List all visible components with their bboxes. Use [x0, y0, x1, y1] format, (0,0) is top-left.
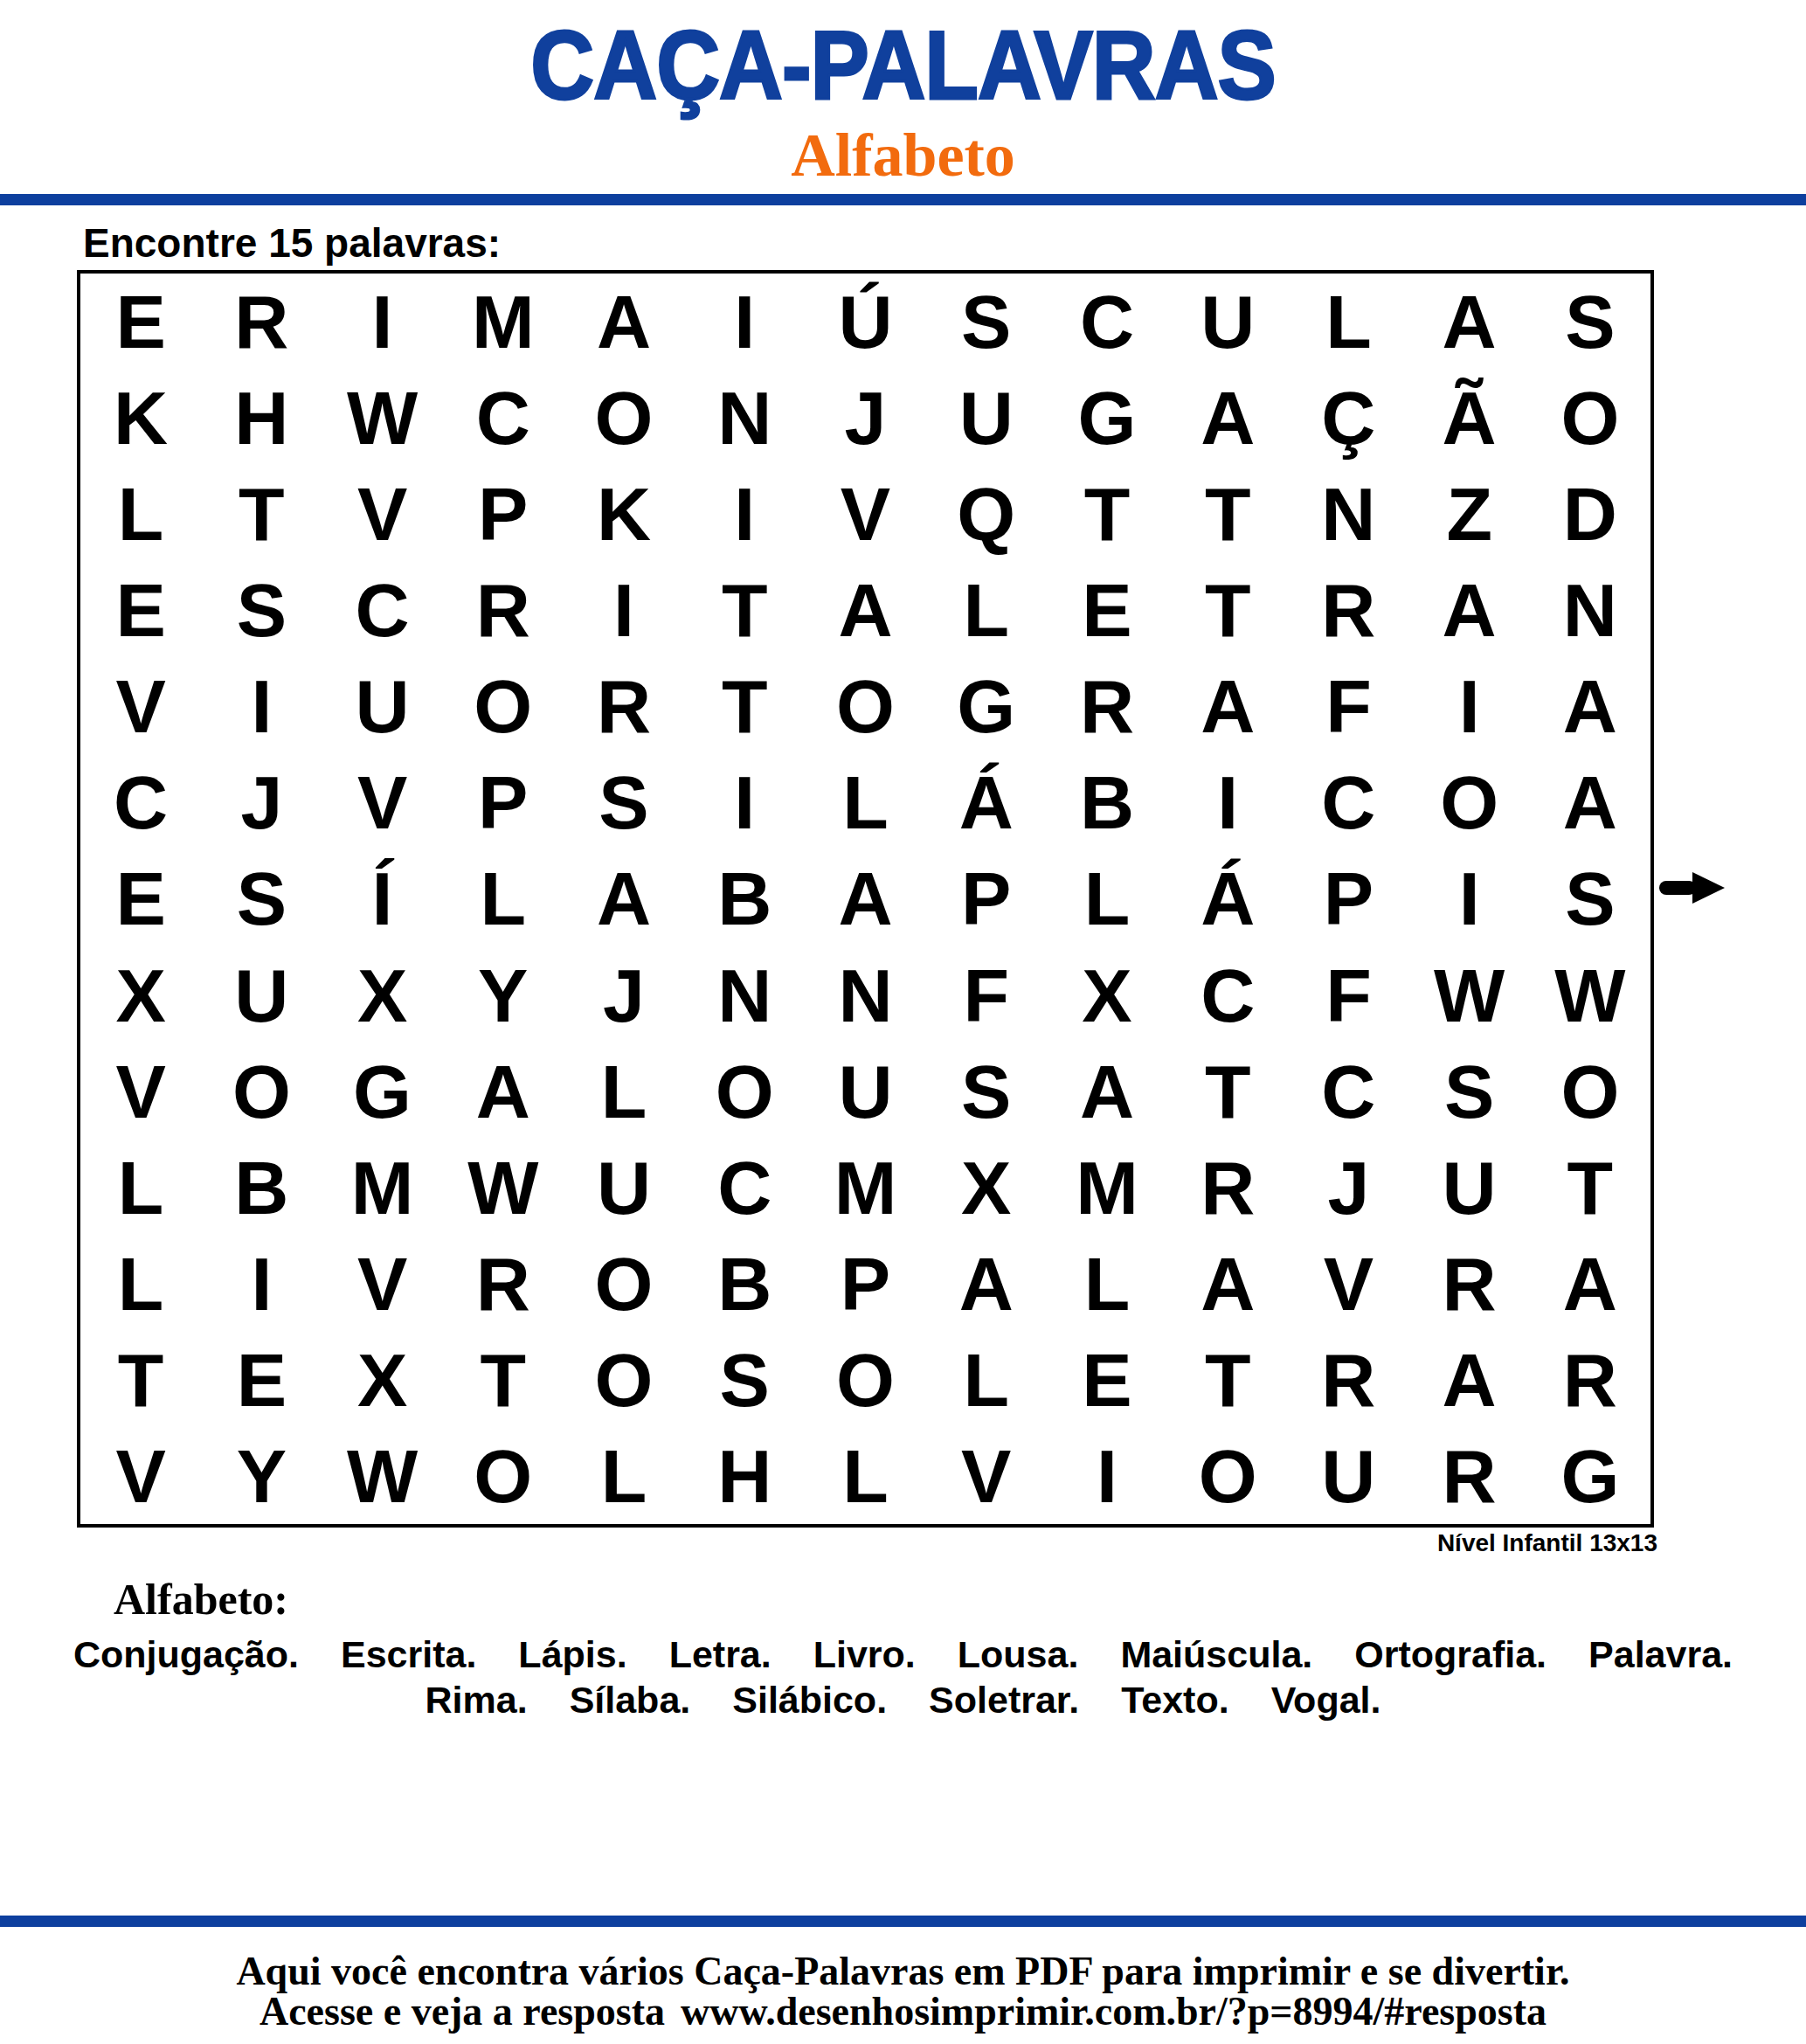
grid-cell[interactable]: G [1047, 370, 1167, 466]
word-list-item: Soletrar. [929, 1678, 1079, 1722]
grid-cell[interactable]: A [1409, 274, 1530, 370]
grid-cell[interactable]: D [1530, 466, 1650, 562]
word-list-line-2: Rima.Sílaba.Silábico.Soletrar.Texto.Voga… [0, 1678, 1806, 1722]
grid-cell[interactable]: U [1409, 1140, 1530, 1236]
grid-cell[interactable]: W [443, 1140, 564, 1236]
grid-cell[interactable]: X [322, 1332, 442, 1428]
grid-cell[interactable]: A [1047, 1043, 1167, 1140]
grid-cell[interactable]: H [201, 370, 322, 466]
word-list-item: Vogal. [1271, 1678, 1381, 1722]
grid-cell[interactable]: L [80, 1236, 201, 1332]
grid-cell[interactable]: P [805, 1236, 925, 1332]
grid-cell[interactable]: I [684, 274, 805, 370]
grid-cell[interactable]: I [1409, 658, 1530, 754]
answer-url[interactable]: www.desenhosimprimir.com.br/?p=8994/#res… [681, 1989, 1547, 2034]
grid-cell[interactable]: S [201, 562, 322, 658]
grid-cell[interactable]: T [201, 466, 322, 562]
grid-cell[interactable]: O [564, 370, 684, 466]
grid-cell[interactable]: A [1409, 1332, 1530, 1428]
grid-cell[interactable]: E [80, 274, 201, 370]
grid-cell[interactable]: B [201, 1140, 322, 1236]
grid-cell[interactable]: Ç [1288, 370, 1408, 466]
page-title: CAÇA-PALAVRAS [0, 14, 1806, 117]
grid-cell[interactable]: T [1167, 466, 1288, 562]
grid-cell[interactable]: U [805, 1043, 925, 1140]
grid-cell[interactable]: A [805, 850, 925, 946]
grid-cell[interactable]: Z [1409, 466, 1530, 562]
word-list-line-1: Conjugação.Escrita.Lápis.Letra.Livro.Lou… [0, 1632, 1806, 1676]
grid-cell[interactable]: R [564, 658, 684, 754]
grid-cell[interactable]: I [684, 466, 805, 562]
grid-cell[interactable]: I [684, 754, 805, 850]
grid-cell[interactable]: R [1047, 658, 1167, 754]
grid-cell[interactable]: C [443, 370, 564, 466]
grid-cell[interactable]: S [201, 850, 322, 946]
right-arrow-icon [1659, 871, 1726, 904]
grid-cell[interactable]: L [1047, 850, 1167, 946]
grid-cell[interactable]: L [80, 466, 201, 562]
grid-cell[interactable]: S [1409, 1043, 1530, 1140]
grid-cell[interactable]: G [322, 1043, 442, 1140]
grid-cell[interactable]: O [564, 1236, 684, 1332]
word-list-item: Maiúscula. [1120, 1632, 1312, 1676]
grid-cell[interactable]: G [926, 658, 1047, 754]
grid-cell[interactable]: N [684, 947, 805, 1043]
grid-cell[interactable]: L [1288, 274, 1408, 370]
grid-cell[interactable]: P [443, 754, 564, 850]
grid-cell[interactable]: T [684, 562, 805, 658]
word-list-item: Lousa. [958, 1632, 1079, 1676]
grid-cell[interactable]: L [805, 1428, 925, 1524]
grid-cell[interactable]: L [443, 850, 564, 946]
word-list-item: Livro. [813, 1632, 916, 1676]
word-list-item: Letra. [669, 1632, 772, 1676]
grid-cell[interactable]: O [1530, 370, 1650, 466]
grid-cell[interactable]: E [80, 850, 201, 946]
grid-cell[interactable]: L [805, 754, 925, 850]
grid-cell[interactable]: U [201, 947, 322, 1043]
grid-level-caption: Nível Infantil 13x13 [1437, 1529, 1657, 1557]
grid-cell[interactable]: L [926, 1332, 1047, 1428]
grid-cell[interactable]: O [1409, 754, 1530, 850]
grid-cell[interactable]: O [805, 1332, 925, 1428]
grid-cell[interactable]: W [322, 370, 442, 466]
grid-cell[interactable]: C [1288, 754, 1408, 850]
grid-cell[interactable]: U [564, 1140, 684, 1236]
word-list-label: Alfabeto: [114, 1575, 288, 1624]
grid-cell[interactable]: A [1530, 658, 1650, 754]
grid-cell[interactable]: M [1047, 1140, 1167, 1236]
grid-cell[interactable]: V [1288, 1236, 1408, 1332]
grid-cell[interactable]: M [322, 1140, 442, 1236]
grid-cell[interactable]: G [1530, 1428, 1650, 1524]
grid-cell[interactable]: N [684, 370, 805, 466]
grid-cell[interactable]: F [926, 947, 1047, 1043]
word-list-item: Rima. [426, 1678, 528, 1722]
grid-cell[interactable]: P [443, 466, 564, 562]
grid-cell[interactable]: Y [201, 1428, 322, 1524]
word-list-item: Escrita. [341, 1632, 476, 1676]
grid-cell[interactable]: B [684, 1236, 805, 1332]
grid-cell[interactable]: A [1409, 562, 1530, 658]
grid-cell[interactable]: U [926, 370, 1047, 466]
grid-cell[interactable]: S [564, 754, 684, 850]
grid-cell[interactable]: L [564, 1043, 684, 1140]
grid-cell[interactable]: X [322, 947, 442, 1043]
word-list-item: Palavra. [1588, 1632, 1733, 1676]
grid-cell[interactable]: I [1047, 1428, 1167, 1524]
word-list-item: Ortografia. [1354, 1632, 1547, 1676]
grid-cell[interactable]: A [1530, 1236, 1650, 1332]
grid-cell[interactable]: O [443, 658, 564, 754]
grid-cell[interactable]: W [322, 1428, 442, 1524]
word-list-item: Texto. [1121, 1678, 1228, 1722]
grid-cell[interactable]: I [201, 1236, 322, 1332]
footer-text-1: Aqui você encontra vários Caça-Palavras … [0, 1949, 1806, 1994]
grid-cell[interactable]: X [1047, 947, 1167, 1043]
grid-cell[interactable]: Á [926, 754, 1047, 850]
grid-cell[interactable]: T [443, 1332, 564, 1428]
grid-cell[interactable]: I [1409, 850, 1530, 946]
grid-cell[interactable]: C [1047, 274, 1167, 370]
grid-cell[interactable]: S [926, 1043, 1047, 1140]
grid-cell[interactable]: C [684, 1140, 805, 1236]
grid-cell[interactable]: T [1167, 1332, 1288, 1428]
page: CAÇA-PALAVRAS Alfabeto Encontre 15 palav… [0, 0, 1806, 2044]
grid-cell[interactable]: J [564, 947, 684, 1043]
grid-cell[interactable]: E [201, 1332, 322, 1428]
grid-cell[interactable]: Y [443, 947, 564, 1043]
grid-cell[interactable]: R [1409, 1428, 1530, 1524]
word-list-item: Lápis. [518, 1632, 626, 1676]
grid-cell[interactable]: K [564, 466, 684, 562]
grid-cell[interactable]: R [443, 562, 564, 658]
grid-cell[interactable]: N [1530, 562, 1650, 658]
grid-cell[interactable]: B [684, 850, 805, 946]
grid-cell[interactable]: N [1288, 466, 1408, 562]
grid-cell[interactable]: O [201, 1043, 322, 1140]
grid-cell[interactable]: X [926, 1140, 1047, 1236]
grid-cell[interactable]: V [80, 658, 201, 754]
grid-cell[interactable]: A [564, 274, 684, 370]
grid-cell[interactable]: L [926, 562, 1047, 658]
grid-cell[interactable]: R [1288, 562, 1408, 658]
top-divider [0, 194, 1806, 205]
grid-cell[interactable]: A [1167, 658, 1288, 754]
bottom-divider [0, 1916, 1806, 1927]
grid-cell[interactable]: V [80, 1428, 201, 1524]
grid-cell[interactable]: X [80, 947, 201, 1043]
grid-cell[interactable]: J [805, 370, 925, 466]
page-subtitle: Alfabeto [0, 122, 1806, 189]
grid-cell[interactable]: L [564, 1428, 684, 1524]
grid-cell[interactable]: S [1530, 850, 1650, 946]
grid-cell[interactable]: C [80, 754, 201, 850]
grid-cell[interactable]: A [443, 1043, 564, 1140]
grid-cell[interactable]: N [805, 947, 925, 1043]
grid-cell[interactable]: A [564, 850, 684, 946]
grid-cell[interactable]: L [1047, 1236, 1167, 1332]
grid-cell[interactable]: W [1409, 947, 1530, 1043]
grid-cell[interactable]: Ã [1409, 370, 1530, 466]
footer-answer-prefix: Acesse e veja a resposta [259, 1989, 665, 2034]
grid-cell[interactable]: R [1409, 1236, 1530, 1332]
word-list-item: Conjugação. [73, 1632, 299, 1676]
grid-cell[interactable]: U [322, 658, 442, 754]
grid-cell[interactable]: I [322, 274, 442, 370]
grid-cell[interactable]: F [1288, 658, 1408, 754]
grid-cell[interactable]: A [926, 1236, 1047, 1332]
footer-text-2: Acesse e veja a respostawww.desenhosimpr… [0, 1989, 1806, 2034]
grid-cell[interactable]: O [1530, 1043, 1650, 1140]
grid-cell[interactable]: E [80, 562, 201, 658]
grid-cell[interactable]: L [80, 1140, 201, 1236]
grid-cell[interactable]: R [1167, 1140, 1288, 1236]
grid-cell[interactable]: P [926, 850, 1047, 946]
grid-cell[interactable]: A [805, 562, 925, 658]
grid-cell[interactable]: V [805, 466, 925, 562]
word-list-item: Silábico. [732, 1678, 887, 1722]
grid-cell[interactable]: O [1167, 1428, 1288, 1524]
grid-cell[interactable]: O [443, 1428, 564, 1524]
grid-cell[interactable]: S [926, 274, 1047, 370]
word-grid: ERIMAIÚSCULASKHWCONJUGAÇÃOLTVPKIVQTTNZDE… [77, 270, 1654, 1528]
grid-cell[interactable]: T [80, 1332, 201, 1428]
grid-cell[interactable]: P [1288, 850, 1408, 946]
grid-cell[interactable]: F [1288, 947, 1408, 1043]
grid-cell[interactable]: I [201, 658, 322, 754]
word-list-item: Sílaba. [570, 1678, 691, 1722]
grid-cell[interactable]: V [322, 1236, 442, 1332]
grid-cell[interactable]: Í [322, 850, 442, 946]
grid-cell[interactable]: Q [926, 466, 1047, 562]
grid-cell[interactable]: J [201, 754, 322, 850]
grid-cell[interactable]: V [322, 466, 442, 562]
grid-cell[interactable]: C [322, 562, 442, 658]
grid-cell[interactable]: V [322, 754, 442, 850]
grid-cell[interactable]: E [1047, 562, 1167, 658]
grid-cell[interactable]: W [1530, 947, 1650, 1043]
grid-cell[interactable]: I [564, 562, 684, 658]
grid-cell[interactable]: A [1530, 754, 1650, 850]
grid-cell[interactable]: R [443, 1236, 564, 1332]
grid-cell[interactable]: T [684, 658, 805, 754]
grid-cell[interactable]: O [805, 658, 925, 754]
grid-cell[interactable]: S [684, 1332, 805, 1428]
grid-cell[interactable]: A [1167, 370, 1288, 466]
grid-cell[interactable]: E [1047, 1332, 1167, 1428]
grid-cell[interactable]: B [1047, 754, 1167, 850]
grid-cell[interactable]: C [1288, 1043, 1408, 1140]
grid-cell[interactable]: T [1047, 466, 1167, 562]
grid-cell[interactable]: Ú [805, 274, 925, 370]
grid-cell[interactable]: U [1288, 1428, 1408, 1524]
grid-cell[interactable]: R [1288, 1332, 1408, 1428]
grid-cell[interactable]: C [1167, 947, 1288, 1043]
grid-cell[interactable]: R [201, 274, 322, 370]
grid-cell[interactable]: M [443, 274, 564, 370]
grid-cell[interactable]: T [1530, 1140, 1650, 1236]
grid-cell[interactable]: S [1530, 274, 1650, 370]
grid-cell[interactable]: Á [1167, 850, 1288, 946]
grid-cell[interactable]: V [80, 1043, 201, 1140]
grid-cell[interactable]: A [1167, 1236, 1288, 1332]
grid-cell[interactable]: I [1167, 754, 1288, 850]
grid-cell[interactable]: H [684, 1428, 805, 1524]
grid-cell[interactable]: K [80, 370, 201, 466]
grid-cell[interactable]: R [1530, 1332, 1650, 1428]
grid-cell[interactable]: T [1167, 1043, 1288, 1140]
grid-cell[interactable]: O [684, 1043, 805, 1140]
grid-cell[interactable]: T [1167, 562, 1288, 658]
instruction-text: Encontre 15 palavras: [83, 220, 501, 266]
grid-cell[interactable]: O [564, 1332, 684, 1428]
grid-cell[interactable]: U [1167, 274, 1288, 370]
grid-cell[interactable]: J [1288, 1140, 1408, 1236]
grid-cell[interactable]: M [805, 1140, 925, 1236]
grid-cell[interactable]: V [926, 1428, 1047, 1524]
